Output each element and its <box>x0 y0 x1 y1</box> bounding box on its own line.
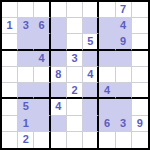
cell-r5c9[interactable] <box>132 67 148 83</box>
cell-r4c6[interactable] <box>83 51 99 67</box>
cell-r5c2[interactable] <box>18 67 34 83</box>
cell-r7c5[interactable] <box>67 99 83 115</box>
cell-r8c5[interactable] <box>67 116 83 132</box>
cell-r3c1[interactable] <box>2 34 18 50</box>
cell-r6c9[interactable] <box>132 83 148 99</box>
cell-r6c5[interactable]: 2 <box>67 83 83 99</box>
cell-r6c3[interactable] <box>34 83 50 99</box>
cell-r1c3[interactable] <box>34 2 50 18</box>
cell-r3c8[interactable]: 9 <box>116 34 132 50</box>
cell-r2c7[interactable] <box>99 18 115 34</box>
cell-r5c4[interactable]: 8 <box>51 67 67 83</box>
cell-r2c9[interactable] <box>132 18 148 34</box>
cell-r6c7[interactable]: 4 <box>99 83 115 99</box>
cell-r6c6[interactable] <box>83 83 99 99</box>
cell-r4c7[interactable] <box>99 51 115 67</box>
cell-r3c3[interactable] <box>34 34 50 50</box>
cell-r5c3[interactable] <box>34 67 50 83</box>
sudoku-board: 71364594384245416392 <box>0 0 150 150</box>
cell-r2c2[interactable]: 3 <box>18 18 34 34</box>
cell-r2c3[interactable]: 6 <box>34 18 50 34</box>
cell-r4c4[interactable] <box>51 51 67 67</box>
cell-r9c4[interactable] <box>51 132 67 148</box>
cell-r5c5[interactable] <box>67 67 83 83</box>
cell-r9c3[interactable] <box>34 132 50 148</box>
cell-r7c7[interactable] <box>99 99 115 115</box>
cell-r2c4[interactable] <box>51 18 67 34</box>
cell-r6c8[interactable] <box>116 83 132 99</box>
cell-r1c8[interactable]: 7 <box>116 2 132 18</box>
cell-r3c4[interactable] <box>51 34 67 50</box>
cell-r8c8[interactable]: 3 <box>116 116 132 132</box>
cell-r4c8[interactable] <box>116 51 132 67</box>
cell-r5c7[interactable] <box>99 67 115 83</box>
cell-r6c2[interactable] <box>18 83 34 99</box>
cell-r8c6[interactable] <box>83 116 99 132</box>
cell-r7c1[interactable] <box>2 99 18 115</box>
cell-r7c4[interactable]: 4 <box>51 99 67 115</box>
cell-r3c2[interactable] <box>18 34 34 50</box>
cell-r8c3[interactable] <box>34 116 50 132</box>
cell-r7c9[interactable] <box>132 99 148 115</box>
cell-r1c7[interactable] <box>99 2 115 18</box>
cell-r9c1[interactable] <box>2 132 18 148</box>
cell-r3c9[interactable] <box>132 34 148 50</box>
cell-r9c8[interactable] <box>116 132 132 148</box>
cell-r2c6[interactable] <box>83 18 99 34</box>
cell-r5c1[interactable] <box>2 67 18 83</box>
cell-r3c5[interactable] <box>67 34 83 50</box>
cell-r2c1[interactable]: 1 <box>2 18 18 34</box>
cell-r4c1[interactable] <box>2 51 18 67</box>
cell-r4c2[interactable] <box>18 51 34 67</box>
cell-r9c9[interactable] <box>132 132 148 148</box>
cell-r8c4[interactable] <box>51 116 67 132</box>
cell-r6c1[interactable] <box>2 83 18 99</box>
cell-r1c5[interactable] <box>67 2 83 18</box>
cell-r7c8[interactable] <box>116 99 132 115</box>
cell-r7c2[interactable]: 5 <box>18 99 34 115</box>
cell-r8c7[interactable]: 6 <box>99 116 115 132</box>
cell-r8c1[interactable] <box>2 116 18 132</box>
cell-r1c2[interactable] <box>18 2 34 18</box>
cell-r2c5[interactable] <box>67 18 83 34</box>
cell-r9c5[interactable] <box>67 132 83 148</box>
cell-r5c6[interactable]: 4 <box>83 67 99 83</box>
cell-r4c3[interactable]: 4 <box>34 51 50 67</box>
cell-r6c4[interactable] <box>51 83 67 99</box>
cell-r3c7[interactable] <box>99 34 115 50</box>
cell-r9c7[interactable] <box>99 132 115 148</box>
cell-r9c6[interactable] <box>83 132 99 148</box>
cell-r8c2[interactable]: 1 <box>18 116 34 132</box>
cell-r1c1[interactable] <box>2 2 18 18</box>
cell-r3c6[interactable]: 5 <box>83 34 99 50</box>
cell-r2c8[interactable]: 4 <box>116 18 132 34</box>
cell-r7c6[interactable] <box>83 99 99 115</box>
cell-r1c4[interactable] <box>51 2 67 18</box>
cell-r4c5[interactable]: 3 <box>67 51 83 67</box>
cell-r4c9[interactable] <box>132 51 148 67</box>
cell-r5c8[interactable] <box>116 67 132 83</box>
cell-r8c9[interactable]: 9 <box>132 116 148 132</box>
cell-r7c3[interactable] <box>34 99 50 115</box>
cell-r9c2[interactable]: 2 <box>18 132 34 148</box>
cell-r1c6[interactable] <box>83 2 99 18</box>
cell-r1c9[interactable] <box>132 2 148 18</box>
